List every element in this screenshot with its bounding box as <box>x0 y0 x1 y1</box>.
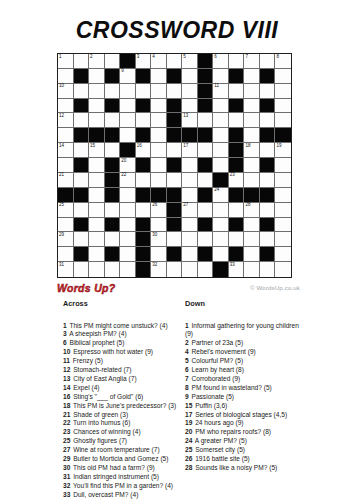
white-cell[interactable] <box>151 99 167 114</box>
clue-item: 4 Rebel's movement (9) <box>185 348 299 357</box>
black-cell <box>229 69 245 84</box>
cell-number: 16 <box>137 144 142 149</box>
black-cell <box>136 158 152 173</box>
clue-item: 19 24 hours ago (9) <box>185 419 299 428</box>
white-cell[interactable] <box>105 84 121 99</box>
white-cell[interactable] <box>105 54 121 69</box>
white-cell[interactable] <box>260 84 276 99</box>
white-cell[interactable] <box>244 232 260 247</box>
white-cell[interactable] <box>136 203 152 218</box>
crossword-page: CROSSWORD VIII 1234567891011121314151617… <box>0 0 354 500</box>
black-cell <box>198 188 214 203</box>
white-cell[interactable] <box>89 84 105 99</box>
black-cell <box>74 128 90 143</box>
white-cell[interactable] <box>213 232 229 247</box>
black-cell <box>167 113 183 128</box>
cell-number: 1 <box>59 55 62 60</box>
black-cell <box>136 128 152 143</box>
clue-item: 30 This old PM had a farm? (9) <box>63 464 185 473</box>
white-cell[interactable]: 4 <box>151 54 167 69</box>
white-cell[interactable]: 7 <box>244 54 260 69</box>
cell-number: 15 <box>90 144 95 149</box>
black-cell <box>182 128 198 143</box>
white-cell[interactable] <box>105 143 121 158</box>
white-cell[interactable] <box>167 173 183 188</box>
clue-item: 31 Indian stringed instrument (5) <box>63 473 185 482</box>
white-cell[interactable] <box>167 143 183 158</box>
cell-number: 24 <box>214 188 219 193</box>
cell-number: 21 <box>59 173 64 178</box>
black-cell <box>136 247 152 262</box>
white-cell[interactable] <box>89 247 105 262</box>
white-cell[interactable] <box>120 99 136 114</box>
white-cell[interactable] <box>136 113 152 128</box>
white-cell[interactable] <box>151 69 167 84</box>
white-cell[interactable] <box>89 203 105 218</box>
cell-number: 22 <box>121 173 126 178</box>
white-cell[interactable]: 19 <box>275 143 291 158</box>
cell-number: 27 <box>183 203 188 208</box>
down-heading: Down <box>185 299 299 308</box>
black-cell <box>167 69 183 84</box>
clue-item: 5 Colourful PM? (5) <box>185 357 299 366</box>
white-cell[interactable] <box>120 113 136 128</box>
white-cell[interactable]: 24 <box>213 188 229 203</box>
white-cell[interactable] <box>151 218 167 233</box>
white-cell[interactable] <box>105 232 121 247</box>
clue-item: 8 PM found in wasteland? (5) <box>185 384 299 393</box>
black-cell <box>74 188 90 203</box>
white-cell[interactable] <box>275 99 291 114</box>
cell-number: 11 <box>214 84 219 89</box>
white-cell[interactable] <box>275 188 291 203</box>
black-cell <box>229 188 245 203</box>
black-cell <box>136 188 152 203</box>
clue-item: 1 This PM might come unstuck? (4) <box>63 322 185 331</box>
black-cell <box>105 99 121 114</box>
white-cell[interactable] <box>89 232 105 247</box>
white-cell[interactable] <box>136 173 152 188</box>
white-cell[interactable] <box>198 113 214 128</box>
black-cell <box>74 247 90 262</box>
white-cell[interactable] <box>89 218 105 233</box>
white-cell[interactable] <box>151 173 167 188</box>
black-cell <box>260 247 276 262</box>
black-cell <box>167 247 183 262</box>
black-cell <box>244 188 260 203</box>
black-cell <box>105 158 121 173</box>
white-cell[interactable] <box>198 232 214 247</box>
black-cell <box>229 158 245 173</box>
crossword-grid: 1234567891011121314151617181920212223242… <box>57 53 292 278</box>
white-cell[interactable]: 14 <box>58 143 74 158</box>
white-cell[interactable]: 31 <box>58 262 74 277</box>
white-cell[interactable] <box>244 69 260 84</box>
white-cell[interactable]: 17 <box>182 143 198 158</box>
white-cell[interactable] <box>260 232 276 247</box>
cell-number: 13 <box>183 114 188 119</box>
white-cell[interactable] <box>213 69 229 84</box>
clue-item: 7 Corroborated (9) <box>185 375 299 384</box>
cell-number: 12 <box>59 114 64 119</box>
white-cell[interactable] <box>182 99 198 114</box>
black-cell <box>136 99 152 114</box>
white-cell[interactable]: 9 <box>120 69 136 84</box>
black-cell <box>260 128 276 143</box>
black-cell <box>105 69 121 84</box>
white-cell[interactable] <box>74 54 90 69</box>
clue-item: 29 Butler to Morticia and Gomez (5) <box>63 455 185 464</box>
white-cell[interactable]: 12 <box>58 113 74 128</box>
white-cell[interactable]: 28 <box>244 203 260 218</box>
white-cell[interactable] <box>275 158 291 173</box>
white-cell[interactable] <box>260 262 276 277</box>
white-cell[interactable] <box>198 203 214 218</box>
black-cell <box>105 188 121 203</box>
white-cell[interactable] <box>151 84 167 99</box>
white-cell[interactable] <box>105 113 121 128</box>
white-cell[interactable] <box>260 54 276 69</box>
white-cell[interactable]: 10 <box>58 84 74 99</box>
cell-number: 29 <box>59 233 64 238</box>
white-cell[interactable] <box>89 99 105 114</box>
white-cell[interactable] <box>74 113 90 128</box>
black-cell <box>229 128 245 143</box>
white-cell[interactable] <box>89 158 105 173</box>
white-cell[interactable] <box>244 128 260 143</box>
page-title: CROSSWORD VIII <box>0 16 354 42</box>
black-cell <box>105 128 121 143</box>
cell-number: 18 <box>245 144 250 149</box>
white-cell[interactable] <box>120 128 136 143</box>
white-cell[interactable] <box>244 99 260 114</box>
white-cell[interactable] <box>260 113 276 128</box>
cell-number: 8 <box>276 55 279 60</box>
white-cell[interactable]: 11 <box>213 84 229 99</box>
white-cell[interactable] <box>275 84 291 99</box>
words-up-logo: Words Up? <box>57 282 116 294</box>
white-cell[interactable] <box>275 262 291 277</box>
cell-number: 26 <box>152 203 157 208</box>
white-cell[interactable] <box>213 158 229 173</box>
clue-item: 23 Chances of winning (4) <box>63 428 185 437</box>
clue-item: 27 Wine at room temperature (7) <box>63 446 185 455</box>
black-cell <box>275 128 291 143</box>
black-cell <box>229 247 245 262</box>
across-column: Across 1 This PM might come unstuck? (4)… <box>63 299 185 500</box>
black-cell <box>74 218 90 233</box>
cell-number: 20 <box>121 159 126 164</box>
white-cell[interactable]: 16 <box>136 143 152 158</box>
white-cell[interactable] <box>229 203 245 218</box>
white-cell[interactable] <box>136 84 152 99</box>
black-cell <box>167 158 183 173</box>
white-cell[interactable] <box>213 128 229 143</box>
white-cell[interactable]: 21 <box>58 173 74 188</box>
white-cell[interactable]: 23 <box>229 173 245 188</box>
black-cell <box>213 173 229 188</box>
white-cell[interactable] <box>58 247 74 262</box>
clue-item: 11 Frenzy (5) <box>63 357 185 366</box>
white-cell[interactable] <box>229 54 245 69</box>
black-cell <box>167 188 183 203</box>
cell-number: 2 <box>90 55 93 60</box>
white-cell[interactable] <box>74 84 90 99</box>
white-cell[interactable] <box>120 232 136 247</box>
white-cell[interactable]: 15 <box>89 143 105 158</box>
white-cell[interactable] <box>260 143 276 158</box>
clue-item: 32 You'll find this PM in a garden? (4) <box>63 482 185 491</box>
white-cell[interactable]: 26 <box>151 203 167 218</box>
white-cell[interactable]: 29 <box>58 232 74 247</box>
clue-item: 25 Somerset city (5) <box>185 446 299 455</box>
white-cell[interactable] <box>244 218 260 233</box>
white-cell[interactable] <box>275 173 291 188</box>
white-cell[interactable] <box>213 218 229 233</box>
cell-number: 31 <box>59 263 64 268</box>
white-cell[interactable] <box>120 188 136 203</box>
white-cell[interactable] <box>182 158 198 173</box>
white-cell[interactable] <box>167 262 183 277</box>
white-cell[interactable] <box>182 69 198 84</box>
white-cell[interactable]: 32 <box>151 262 167 277</box>
black-cell <box>260 188 276 203</box>
white-cell[interactable] <box>275 69 291 84</box>
clue-item: 3 A sheepish PM? (4) <box>63 330 185 339</box>
white-cell[interactable] <box>120 262 136 277</box>
clue-item: 22 Turn into humus (6) <box>63 419 185 428</box>
white-cell[interactable]: 20 <box>120 158 136 173</box>
clue-item: 12 Stomach-related (7) <box>63 366 185 375</box>
white-cell[interactable] <box>182 218 198 233</box>
black-cell <box>260 218 276 233</box>
white-cell[interactable] <box>275 247 291 262</box>
white-cell[interactable] <box>89 173 105 188</box>
black-cell <box>198 158 214 173</box>
black-cell <box>213 262 229 277</box>
white-cell[interactable]: 27 <box>182 203 198 218</box>
clue-item: 13 City of East Anglia (7) <box>63 375 185 384</box>
cell-number: 32 <box>152 263 157 268</box>
across-heading: Across <box>63 299 185 308</box>
black-cell <box>229 143 245 158</box>
clue-item: 24 A greater PM? (5) <box>185 437 299 446</box>
cell-number: 25 <box>59 203 64 208</box>
clue-item: 10 Espresso with hot water (9) <box>63 348 185 357</box>
white-cell[interactable]: 22 <box>120 173 136 188</box>
clue-item: 9 Passionate (5) <box>185 393 299 402</box>
white-cell[interactable] <box>74 143 90 158</box>
white-cell[interactable] <box>182 173 198 188</box>
black-cell <box>229 218 245 233</box>
clue-item: 18 This PM is June's predecessor? (3) <box>63 402 185 411</box>
black-cell <box>260 158 276 173</box>
black-cell <box>198 69 214 84</box>
black-cell <box>89 128 105 143</box>
black-cell <box>120 54 136 69</box>
white-cell[interactable] <box>151 143 167 158</box>
cell-number: 6 <box>214 55 217 60</box>
black-cell <box>198 247 214 262</box>
white-cell[interactable] <box>105 203 121 218</box>
clue-item: 1 Informal gathering for young children … <box>185 322 299 340</box>
white-cell[interactable]: 30 <box>151 232 167 247</box>
black-cell <box>74 99 90 114</box>
white-cell[interactable] <box>58 218 74 233</box>
white-cell[interactable] <box>74 262 90 277</box>
white-cell[interactable] <box>89 188 105 203</box>
cell-number: 23 <box>230 173 235 178</box>
black-cell <box>105 247 121 262</box>
white-cell[interactable] <box>120 218 136 233</box>
white-cell[interactable] <box>275 232 291 247</box>
white-cell[interactable] <box>105 262 121 277</box>
white-cell[interactable] <box>213 113 229 128</box>
white-cell[interactable] <box>58 158 74 173</box>
white-cell[interactable]: 18 <box>244 143 260 158</box>
white-cell[interactable] <box>182 247 198 262</box>
white-cell[interactable] <box>229 84 245 99</box>
white-cell[interactable]: 8 <box>275 54 291 69</box>
clue-item: 28 Sounds like a noisy PM? (5) <box>185 464 299 473</box>
black-cell <box>260 99 276 114</box>
white-cell[interactable] <box>275 218 291 233</box>
white-cell[interactable] <box>89 262 105 277</box>
cell-number: 10 <box>59 84 64 89</box>
black-cell <box>105 218 121 233</box>
white-cell[interactable] <box>244 173 260 188</box>
white-cell[interactable] <box>198 262 214 277</box>
clue-item: 16 Sting's "___ of Gold" (6) <box>63 393 185 402</box>
white-cell[interactable] <box>213 203 229 218</box>
white-cell[interactable] <box>151 113 167 128</box>
white-cell[interactable] <box>182 232 198 247</box>
white-cell[interactable] <box>213 99 229 114</box>
black-cell <box>74 158 90 173</box>
cell-number: 14 <box>59 144 64 149</box>
down-column: Down 1 Informal gathering for young chil… <box>185 299 299 473</box>
white-cell[interactable] <box>74 232 90 247</box>
black-cell <box>136 69 152 84</box>
white-cell[interactable] <box>120 203 136 218</box>
cell-number: 4 <box>152 55 155 60</box>
white-cell[interactable] <box>89 69 105 84</box>
black-cell <box>260 69 276 84</box>
clue-item: 17 Series of biological stages (4,5) <box>185 411 299 420</box>
black-cell <box>229 99 245 114</box>
white-cell[interactable] <box>198 143 214 158</box>
black-cell <box>74 69 90 84</box>
white-cell[interactable] <box>74 203 90 218</box>
white-cell[interactable]: 25 <box>58 203 74 218</box>
black-cell <box>198 84 214 99</box>
across-list: 1 This PM might come unstuck? (4)3 A she… <box>63 322 185 500</box>
white-cell[interactable] <box>260 173 276 188</box>
white-cell[interactable] <box>213 143 229 158</box>
white-cell[interactable] <box>74 173 90 188</box>
black-cell <box>198 218 214 233</box>
white-cell[interactable] <box>198 173 214 188</box>
black-cell <box>136 232 152 247</box>
white-cell[interactable] <box>167 232 183 247</box>
white-cell[interactable]: 33 <box>229 262 245 277</box>
white-cell[interactable]: 3 <box>136 54 152 69</box>
white-cell[interactable] <box>244 158 260 173</box>
white-cell[interactable]: 1 <box>58 54 74 69</box>
black-cell <box>151 188 167 203</box>
black-cell <box>167 99 183 114</box>
white-cell[interactable] <box>229 113 245 128</box>
white-cell[interactable]: 5 <box>182 54 198 69</box>
clue-item: 21 Shade of green (3) <box>63 411 185 420</box>
black-cell <box>136 218 152 233</box>
white-cell[interactable] <box>275 113 291 128</box>
white-cell[interactable] <box>244 84 260 99</box>
black-cell <box>58 188 74 203</box>
cell-number: 17 <box>183 144 188 149</box>
white-cell[interactable] <box>167 84 183 99</box>
white-cell[interactable] <box>275 203 291 218</box>
clue-item: 6 Learn by heart (8) <box>185 366 299 375</box>
cell-number: 28 <box>245 203 250 208</box>
white-cell[interactable] <box>167 54 183 69</box>
white-cell[interactable] <box>260 203 276 218</box>
black-cell <box>120 143 136 158</box>
clue-item: 26 1916 battle site (5) <box>185 455 299 464</box>
cell-number: 7 <box>245 55 248 60</box>
white-cell[interactable] <box>120 247 136 262</box>
down-list: 1 Informal gathering for young children … <box>185 322 299 473</box>
white-cell[interactable] <box>244 247 260 262</box>
white-cell[interactable]: 6 <box>213 54 229 69</box>
cell-number: 9 <box>121 69 124 74</box>
cell-number: 30 <box>152 233 157 238</box>
clue-item: 20 PM who repairs roofs? (8) <box>185 428 299 437</box>
black-cell <box>167 218 183 233</box>
white-cell[interactable] <box>229 232 245 247</box>
white-cell[interactable] <box>151 247 167 262</box>
white-cell[interactable] <box>182 262 198 277</box>
white-cell[interactable] <box>58 99 74 114</box>
white-cell[interactable]: 2 <box>89 54 105 69</box>
white-cell[interactable] <box>182 84 198 99</box>
white-cell[interactable] <box>89 113 105 128</box>
white-cell[interactable] <box>182 188 198 203</box>
white-cell[interactable] <box>151 128 167 143</box>
white-cell[interactable] <box>244 113 260 128</box>
cell-number: 3 <box>137 55 140 60</box>
white-cell[interactable] <box>244 262 260 277</box>
white-cell[interactable] <box>58 69 74 84</box>
white-cell[interactable] <box>58 128 74 143</box>
clue-item: 33 Dull, overcast PM? (4) <box>63 491 185 500</box>
black-cell <box>198 99 214 114</box>
cell-number: 5 <box>183 55 186 60</box>
black-cell <box>167 128 183 143</box>
white-cell[interactable] <box>213 247 229 262</box>
cell-number: 19 <box>276 144 281 149</box>
white-cell[interactable]: 13 <box>182 113 198 128</box>
black-cell <box>198 54 214 69</box>
white-cell[interactable] <box>151 158 167 173</box>
black-cell <box>198 128 214 143</box>
clue-item: 15 Puffin (3,6) <box>185 402 299 411</box>
white-cell[interactable] <box>120 84 136 99</box>
cell-number: 33 <box>230 263 235 268</box>
clue-item: 25 Ghostly figures (7) <box>63 437 185 446</box>
clue-item: 6 Biblical prophet (5) <box>63 339 185 348</box>
clue-item: 14 Expel (4) <box>63 384 185 393</box>
